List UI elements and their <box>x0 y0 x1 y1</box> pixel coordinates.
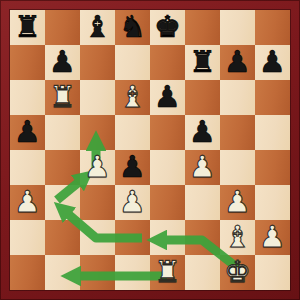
black-rook-a8[interactable]: ♜ <box>10 10 45 45</box>
white-pawn-d3[interactable]: ♟ <box>115 185 150 220</box>
black-knight-d8[interactable]: ♞ <box>115 10 150 45</box>
white-rook-e1[interactable]: ♜ <box>150 255 185 290</box>
black-pawn-g7[interactable]: ♟ <box>220 45 255 80</box>
white-rook-b6[interactable]: ♜ <box>45 80 80 115</box>
white-bishop-d6[interactable]: ♝ <box>115 80 150 115</box>
black-pawn-h7[interactable]: ♟ <box>255 45 290 80</box>
black-bishop-c8[interactable]: ♝ <box>80 10 115 45</box>
chess-board-screenshot: ♜♝♞♚♟♜♟♟♜♝♟♟♟♟♟♟♟♟♟♝♟♜♚ <box>0 0 300 300</box>
black-king-e8[interactable]: ♚ <box>150 10 185 45</box>
pieces-layer: ♜♝♞♚♟♜♟♟♜♝♟♟♟♟♟♟♟♟♟♝♟♜♚ <box>0 0 300 300</box>
white-pawn-f4[interactable]: ♟ <box>185 150 220 185</box>
white-king-g1[interactable]: ♚ <box>220 255 255 290</box>
black-pawn-b7[interactable]: ♟ <box>45 45 80 80</box>
white-pawn-h2[interactable]: ♟ <box>255 220 290 255</box>
white-pawn-g3[interactable]: ♟ <box>220 185 255 220</box>
black-pawn-e6[interactable]: ♟ <box>150 80 185 115</box>
black-pawn-d4[interactable]: ♟ <box>115 150 150 185</box>
white-pawn-c4[interactable]: ♟ <box>80 150 115 185</box>
black-rook-f7[interactable]: ♜ <box>185 45 220 80</box>
white-pawn-a3[interactable]: ♟ <box>10 185 45 220</box>
white-bishop-g2[interactable]: ♝ <box>220 220 255 255</box>
black-pawn-a5[interactable]: ♟ <box>10 115 45 150</box>
black-pawn-f5[interactable]: ♟ <box>185 115 220 150</box>
